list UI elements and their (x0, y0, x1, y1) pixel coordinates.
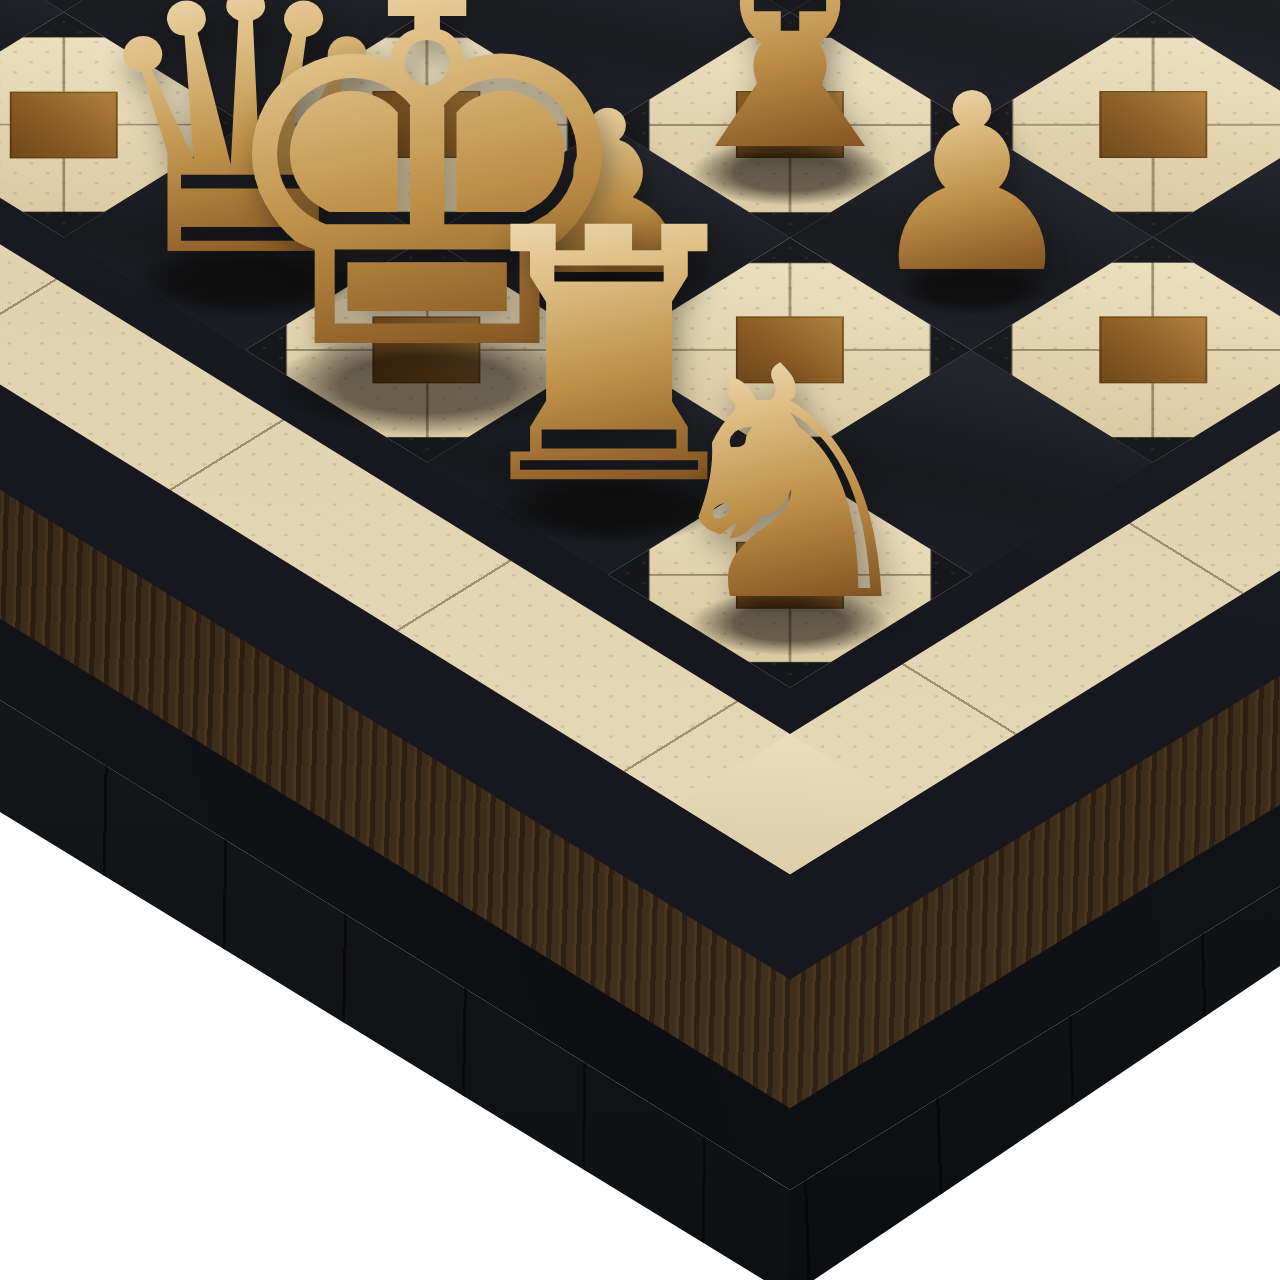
piece-white-pawn-f2[interactable]: ♟ (850, 62, 1095, 307)
piece-white-knight-h1[interactable]: ♞ (630, 325, 950, 645)
inlay-diamond (1099, 91, 1207, 158)
inlay-diamond (1099, 316, 1207, 383)
photo-canvas: ♝♛♟♚♟♜♞ (0, 0, 1280, 1280)
